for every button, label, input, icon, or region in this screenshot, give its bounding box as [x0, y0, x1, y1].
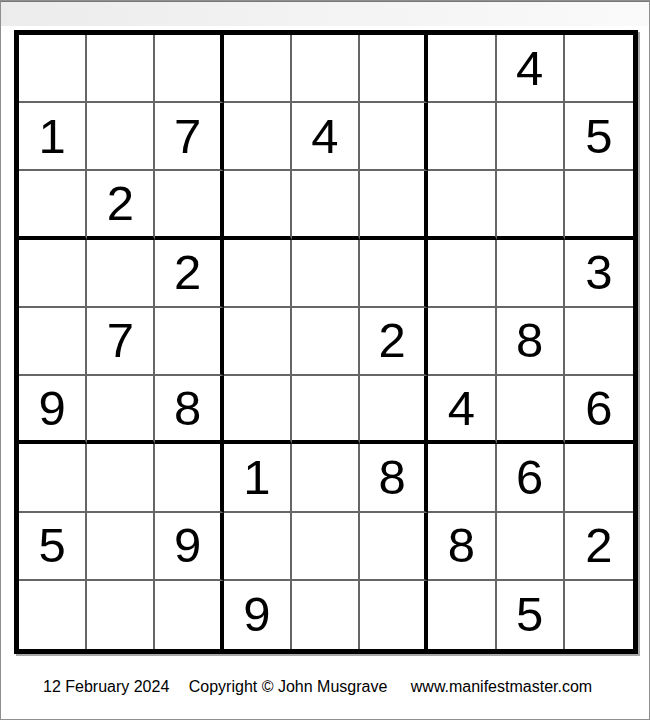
cell-r7c1[interactable] [19, 444, 87, 512]
cell-r6c4[interactable] [224, 376, 292, 444]
cell-r9c5[interactable] [292, 581, 360, 649]
cell-r7c4[interactable]: 1 [224, 444, 292, 512]
puzzle-page: 417452237289846186598295 12 February 202… [0, 0, 650, 720]
footer-website: www.manifestmaster.com [411, 678, 592, 695]
cell-r2c7[interactable] [428, 103, 496, 171]
cell-r3c1[interactable] [19, 171, 87, 239]
footer: 12 February 2024 Copyright © John Musgra… [43, 678, 592, 696]
cell-r3c2[interactable]: 2 [87, 171, 155, 239]
cell-r8c6[interactable] [360, 513, 428, 581]
cell-r6c9[interactable]: 6 [565, 376, 633, 444]
cell-r3c3[interactable] [155, 171, 223, 239]
cell-r5c5[interactable] [292, 308, 360, 376]
cell-r2c3[interactable]: 7 [155, 103, 223, 171]
cell-r3c8[interactable] [497, 171, 565, 239]
cell-r6c6[interactable] [360, 376, 428, 444]
cell-r6c8[interactable] [497, 376, 565, 444]
cell-r5c6[interactable]: 2 [360, 308, 428, 376]
cell-r3c9[interactable] [565, 171, 633, 239]
cell-r4c9[interactable]: 3 [565, 240, 633, 308]
cell-r1c5[interactable] [292, 35, 360, 103]
cell-r2c5[interactable]: 4 [292, 103, 360, 171]
cell-r9c4[interactable]: 9 [224, 581, 292, 649]
cell-r1c9[interactable] [565, 35, 633, 103]
cell-r5c8[interactable]: 8 [497, 308, 565, 376]
cell-r4c2[interactable] [87, 240, 155, 308]
cell-r6c3[interactable]: 8 [155, 376, 223, 444]
cell-r8c7[interactable]: 8 [428, 513, 496, 581]
cell-r7c9[interactable] [565, 444, 633, 512]
cell-r5c3[interactable] [155, 308, 223, 376]
cell-r5c2[interactable]: 7 [87, 308, 155, 376]
cell-r1c3[interactable] [155, 35, 223, 103]
cell-r7c3[interactable] [155, 444, 223, 512]
sudoku-board: 417452237289846186598295 [14, 30, 638, 654]
page-header-band [1, 1, 649, 26]
footer-copyright: Copyright © John Musgrave [189, 678, 388, 695]
cell-r8c2[interactable] [87, 513, 155, 581]
cell-r9c6[interactable] [360, 581, 428, 649]
cell-r8c3[interactable]: 9 [155, 513, 223, 581]
cell-r2c9[interactable]: 5 [565, 103, 633, 171]
cell-r1c7[interactable] [428, 35, 496, 103]
cell-r3c5[interactable] [292, 171, 360, 239]
cell-r9c2[interactable] [87, 581, 155, 649]
cell-r5c9[interactable] [565, 308, 633, 376]
cell-r6c2[interactable] [87, 376, 155, 444]
cell-r3c4[interactable] [224, 171, 292, 239]
cell-r5c1[interactable] [19, 308, 87, 376]
cell-r9c7[interactable] [428, 581, 496, 649]
cell-r8c4[interactable] [224, 513, 292, 581]
cell-r1c6[interactable] [360, 35, 428, 103]
cell-r1c4[interactable] [224, 35, 292, 103]
cell-r7c5[interactable] [292, 444, 360, 512]
cell-r2c6[interactable] [360, 103, 428, 171]
cell-r5c4[interactable] [224, 308, 292, 376]
cell-r4c4[interactable] [224, 240, 292, 308]
cell-r4c7[interactable] [428, 240, 496, 308]
cell-r3c6[interactable] [360, 171, 428, 239]
cell-r1c8[interactable]: 4 [497, 35, 565, 103]
cell-r2c8[interactable] [497, 103, 565, 171]
cell-r9c8[interactable]: 5 [497, 581, 565, 649]
cell-r2c2[interactable] [87, 103, 155, 171]
cell-r6c5[interactable] [292, 376, 360, 444]
cell-r8c8[interactable] [497, 513, 565, 581]
cell-r9c3[interactable] [155, 581, 223, 649]
cell-r3c7[interactable] [428, 171, 496, 239]
cell-r1c2[interactable] [87, 35, 155, 103]
cell-r6c1[interactable]: 9 [19, 376, 87, 444]
cell-r4c5[interactable] [292, 240, 360, 308]
cell-r8c9[interactable]: 2 [565, 513, 633, 581]
cell-r2c4[interactable] [224, 103, 292, 171]
cell-r9c1[interactable] [19, 581, 87, 649]
cell-r7c7[interactable] [428, 444, 496, 512]
cell-r5c7[interactable] [428, 308, 496, 376]
cell-r6c7[interactable]: 4 [428, 376, 496, 444]
cell-r7c2[interactable] [87, 444, 155, 512]
cell-r2c1[interactable]: 1 [19, 103, 87, 171]
cell-r4c8[interactable] [497, 240, 565, 308]
cell-r4c3[interactable]: 2 [155, 240, 223, 308]
cell-r7c8[interactable]: 6 [497, 444, 565, 512]
footer-date: 12 February 2024 [43, 678, 169, 695]
cell-r8c1[interactable]: 5 [19, 513, 87, 581]
cell-r4c6[interactable] [360, 240, 428, 308]
cell-r4c1[interactable] [19, 240, 87, 308]
cell-r8c5[interactable] [292, 513, 360, 581]
cell-r1c1[interactable] [19, 35, 87, 103]
cell-r9c9[interactable] [565, 581, 633, 649]
cell-r7c6[interactable]: 8 [360, 444, 428, 512]
